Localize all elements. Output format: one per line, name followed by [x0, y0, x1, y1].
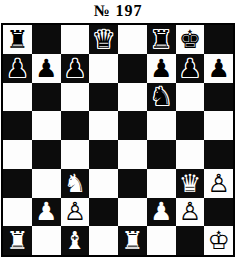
piece-black-rook: ♜ [6, 27, 28, 52]
square-h5[interactable] [204, 111, 233, 140]
square-b1[interactable] [32, 226, 61, 255]
square-d6[interactable] [89, 83, 118, 112]
square-h1[interactable]: ♔ [204, 226, 233, 255]
square-h7[interactable]: ♟ [204, 54, 233, 83]
square-d2[interactable] [89, 198, 118, 227]
piece-white-queen: ♛ [179, 171, 201, 196]
piece-white-king: ♔ [207, 228, 229, 253]
piece-black-knight: ♞ [150, 84, 172, 109]
piece-black-pawn: ♟ [64, 56, 86, 81]
piece-white-pawn: ♟ [35, 199, 57, 224]
square-a6[interactable] [3, 83, 32, 112]
piece-white-pawn: ♙ [207, 171, 229, 196]
piece-white-pawn: ♙ [179, 199, 201, 224]
square-d4[interactable] [89, 140, 118, 169]
square-d5[interactable] [89, 111, 118, 140]
square-a4[interactable] [3, 140, 32, 169]
square-e4[interactable] [118, 140, 147, 169]
chess-diagram-page: № 197 ♜♛♜♚♟♟♟♟♟♟♞♞♛♙♟♙♟♙♜♝♜♔ [0, 0, 236, 260]
piece-black-pawn: ♟ [179, 56, 201, 81]
chessboard-frame: ♜♛♜♚♟♟♟♟♟♟♞♞♛♙♟♙♟♙♜♝♜♔ [1, 23, 235, 257]
piece-black-pawn: ♟ [6, 56, 28, 81]
piece-black-king: ♚ [179, 27, 201, 52]
square-d3[interactable] [89, 169, 118, 198]
square-a2[interactable] [3, 198, 32, 227]
piece-white-pawn: ♟ [150, 199, 172, 224]
square-g8[interactable]: ♚ [176, 25, 205, 54]
square-g6[interactable] [176, 83, 205, 112]
square-e2[interactable] [118, 198, 147, 227]
square-b7[interactable]: ♟ [32, 54, 61, 83]
piece-white-knight: ♞ [64, 171, 86, 196]
chessboard: ♜♛♜♚♟♟♟♟♟♟♞♞♛♙♟♙♟♙♜♝♜♔ [3, 25, 233, 255]
square-e8[interactable] [118, 25, 147, 54]
square-h4[interactable] [204, 140, 233, 169]
square-b3[interactable] [32, 169, 61, 198]
square-g5[interactable] [176, 111, 205, 140]
square-f7[interactable]: ♟ [147, 54, 176, 83]
square-a5[interactable] [3, 111, 32, 140]
square-c6[interactable] [61, 83, 90, 112]
square-a8[interactable]: ♜ [3, 25, 32, 54]
square-b4[interactable] [32, 140, 61, 169]
square-f1[interactable] [147, 226, 176, 255]
square-e5[interactable] [118, 111, 147, 140]
square-g1[interactable] [176, 226, 205, 255]
square-c3[interactable]: ♞ [61, 169, 90, 198]
square-h6[interactable] [204, 83, 233, 112]
square-f5[interactable] [147, 111, 176, 140]
square-d7[interactable] [89, 54, 118, 83]
square-b2[interactable]: ♟ [32, 198, 61, 227]
square-h8[interactable] [204, 25, 233, 54]
square-a1[interactable]: ♜ [3, 226, 32, 255]
square-h2[interactable] [204, 198, 233, 227]
square-c4[interactable] [61, 140, 90, 169]
square-c7[interactable]: ♟ [61, 54, 90, 83]
piece-white-rook: ♜ [121, 228, 143, 253]
square-e1[interactable]: ♜ [118, 226, 147, 255]
square-g7[interactable]: ♟ [176, 54, 205, 83]
square-f8[interactable]: ♜ [147, 25, 176, 54]
piece-black-rook: ♜ [150, 27, 172, 52]
square-b5[interactable] [32, 111, 61, 140]
square-c5[interactable] [61, 111, 90, 140]
square-c1[interactable]: ♝ [61, 226, 90, 255]
piece-black-queen: ♛ [92, 27, 114, 52]
square-g3[interactable]: ♛ [176, 169, 205, 198]
square-a3[interactable] [3, 169, 32, 198]
square-d1[interactable] [89, 226, 118, 255]
square-g2[interactable]: ♙ [176, 198, 205, 227]
square-f2[interactable]: ♟ [147, 198, 176, 227]
diagram-number: № 197 [0, 0, 236, 22]
square-f3[interactable] [147, 169, 176, 198]
piece-black-pawn: ♟ [35, 56, 57, 81]
square-b8[interactable] [32, 25, 61, 54]
piece-black-pawn: ♟ [150, 56, 172, 81]
square-e3[interactable] [118, 169, 147, 198]
square-c2[interactable]: ♙ [61, 198, 90, 227]
piece-black-pawn: ♟ [207, 56, 229, 81]
square-c8[interactable] [61, 25, 90, 54]
piece-white-pawn: ♙ [64, 199, 86, 224]
square-f6[interactable]: ♞ [147, 83, 176, 112]
square-d8[interactable]: ♛ [89, 25, 118, 54]
square-e7[interactable] [118, 54, 147, 83]
square-b6[interactable] [32, 83, 61, 112]
square-g4[interactable] [176, 140, 205, 169]
piece-white-bishop: ♝ [64, 228, 86, 253]
piece-white-rook: ♜ [6, 228, 28, 253]
square-e6[interactable] [118, 83, 147, 112]
square-f4[interactable] [147, 140, 176, 169]
square-h3[interactable]: ♙ [204, 169, 233, 198]
square-a7[interactable]: ♟ [3, 54, 32, 83]
